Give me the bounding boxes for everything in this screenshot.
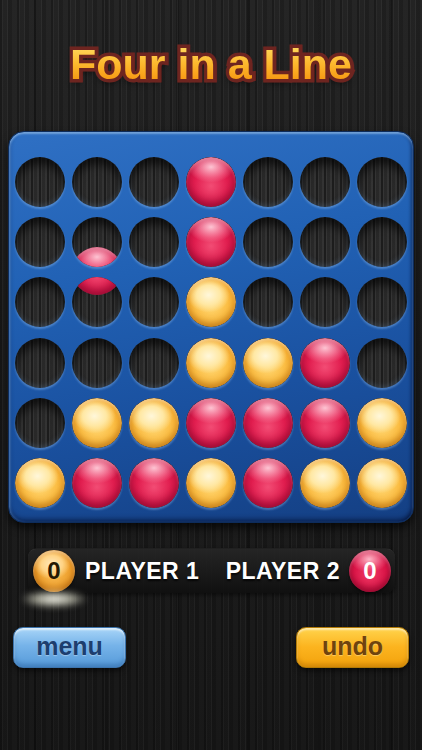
red-piece [300, 398, 350, 448]
hole [300, 277, 350, 327]
cell-r3c3[interactable] [126, 272, 183, 332]
hole [72, 458, 122, 508]
hole [15, 338, 65, 388]
hole [186, 458, 236, 508]
cell-r4c2[interactable] [69, 333, 126, 393]
player2-disc-icon: 0 [349, 550, 391, 592]
cell-r4c7[interactable] [353, 333, 410, 393]
hole [186, 338, 236, 388]
hole [357, 217, 407, 267]
hole [357, 458, 407, 508]
game-board [8, 131, 414, 523]
cell-r6c2[interactable] [69, 453, 126, 513]
cell-r6c6[interactable] [296, 453, 353, 513]
hole [300, 157, 350, 207]
app-title-text: Four in a Line [70, 40, 352, 89]
hole [243, 277, 293, 327]
player1-score-group: 0 PLAYER 1 [33, 550, 199, 592]
hole [72, 217, 122, 267]
hole [129, 157, 179, 207]
hole [186, 217, 236, 267]
player1-label: PLAYER 1 [85, 558, 199, 585]
yellow-piece [357, 398, 407, 448]
falling-red-piece-top [72, 247, 122, 267]
hole [243, 157, 293, 207]
hole [186, 277, 236, 327]
red-piece [186, 398, 236, 448]
cell-r3c7[interactable] [353, 272, 410, 332]
red-piece [186, 217, 236, 267]
cell-r4c5[interactable] [239, 333, 296, 393]
hole [243, 217, 293, 267]
cell-r1c1[interactable] [12, 152, 69, 212]
yellow-piece [243, 338, 293, 388]
player2-score: 0 [363, 557, 376, 585]
hole [129, 458, 179, 508]
hole [72, 338, 122, 388]
cell-r1c4[interactable] [183, 152, 240, 212]
hole [129, 338, 179, 388]
falling-red-piece-bottom [72, 277, 122, 295]
undo-button[interactable]: undo [296, 627, 409, 668]
cell-r5c3[interactable] [126, 393, 183, 453]
title-row: Four in a Line Four in a Line [0, 40, 422, 89]
cell-r1c3[interactable] [126, 152, 183, 212]
yellow-piece [357, 458, 407, 508]
cell-r2c5[interactable] [239, 212, 296, 272]
hole [357, 338, 407, 388]
cell-r5c5[interactable] [239, 393, 296, 453]
red-piece [186, 157, 236, 207]
player1-score: 0 [47, 557, 60, 585]
cell-r3c1[interactable] [12, 272, 69, 332]
hole [357, 398, 407, 448]
cell-r2c2[interactable] [69, 212, 126, 272]
player2-label: PLAYER 2 [226, 558, 340, 585]
cell-r4c1[interactable] [12, 333, 69, 393]
yellow-piece [15, 458, 65, 508]
cell-r2c4[interactable] [183, 212, 240, 272]
cell-r5c1[interactable] [12, 393, 69, 453]
menu-button[interactable]: menu [13, 627, 126, 668]
cell-r4c3[interactable] [126, 333, 183, 393]
red-piece [129, 458, 179, 508]
yellow-piece [72, 398, 122, 448]
hole [15, 277, 65, 327]
cell-r5c7[interactable] [353, 393, 410, 453]
cell-r3c5[interactable] [239, 272, 296, 332]
cell-r2c1[interactable] [12, 212, 69, 272]
player1-disc-icon: 0 [33, 550, 75, 592]
hole [15, 157, 65, 207]
cell-r4c4[interactable] [183, 333, 240, 393]
player2-score-group: PLAYER 2 0 [226, 550, 391, 592]
app-title: Four in a Line Four in a Line [70, 40, 352, 89]
cell-r3c2[interactable] [69, 272, 126, 332]
cell-r3c6[interactable] [296, 272, 353, 332]
hole [72, 157, 122, 207]
hole [15, 217, 65, 267]
hole [357, 157, 407, 207]
yellow-piece [186, 338, 236, 388]
hole [15, 458, 65, 508]
hole [129, 277, 179, 327]
cell-r6c7[interactable] [353, 453, 410, 513]
cell-r2c6[interactable] [296, 212, 353, 272]
cell-r6c3[interactable] [126, 453, 183, 513]
hole [300, 338, 350, 388]
cell-r6c4[interactable] [183, 453, 240, 513]
hole [186, 398, 236, 448]
cell-r2c7[interactable] [353, 212, 410, 272]
cell-r5c6[interactable] [296, 393, 353, 453]
cell-r1c6[interactable] [296, 152, 353, 212]
hole [243, 398, 293, 448]
yellow-piece [300, 458, 350, 508]
cell-r6c1[interactable] [12, 453, 69, 513]
red-piece [300, 338, 350, 388]
cell-r4c6[interactable] [296, 333, 353, 393]
hole [72, 277, 122, 327]
score-bar: 0 PLAYER 1 PLAYER 2 0 [28, 548, 395, 593]
hole [243, 338, 293, 388]
cell-r2c3[interactable] [126, 212, 183, 272]
hole [300, 458, 350, 508]
cell-r1c2[interactable] [69, 152, 126, 212]
hole [186, 157, 236, 207]
red-piece [72, 458, 122, 508]
hole [300, 217, 350, 267]
hole [243, 458, 293, 508]
cell-r3c4[interactable] [183, 272, 240, 332]
app-screen: Four in a Line Four in a Line 0 PLAYER 1… [0, 0, 422, 750]
cell-r5c2[interactable] [69, 393, 126, 453]
red-piece [243, 398, 293, 448]
cell-r1c7[interactable] [353, 152, 410, 212]
hole [72, 398, 122, 448]
hole [357, 277, 407, 327]
hole [129, 217, 179, 267]
turn-indicator-glow [21, 590, 87, 608]
red-piece [243, 458, 293, 508]
yellow-piece [186, 277, 236, 327]
cell-r5c4[interactable] [183, 393, 240, 453]
cell-r1c5[interactable] [239, 152, 296, 212]
cell-r6c5[interactable] [239, 453, 296, 513]
hole [15, 398, 65, 448]
yellow-piece [186, 458, 236, 508]
yellow-piece [129, 398, 179, 448]
hole [129, 398, 179, 448]
hole [300, 398, 350, 448]
